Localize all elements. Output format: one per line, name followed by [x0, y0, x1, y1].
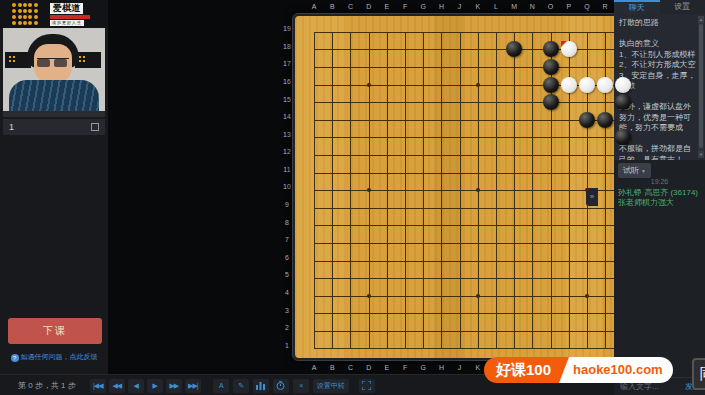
board-cell[interactable]: [378, 287, 396, 305]
board-cell[interactable]: [505, 41, 523, 59]
board-cell[interactable]: [469, 93, 487, 111]
board-cell[interactable]: [341, 76, 359, 94]
board-cell[interactable]: [578, 146, 596, 164]
board-cell[interactable]: [523, 252, 541, 270]
board-cell[interactable]: [305, 269, 323, 287]
board-cell[interactable]: [305, 93, 323, 111]
board-cell[interactable]: [541, 41, 559, 59]
board-cell[interactable]: [323, 234, 341, 252]
board-cell[interactable]: [341, 252, 359, 270]
board-cell[interactable]: [596, 287, 614, 305]
board-cell[interactable]: [305, 23, 323, 41]
board-cell[interactable]: [541, 181, 559, 199]
board-cell[interactable]: [396, 93, 414, 111]
board-cell[interactable]: [360, 322, 378, 340]
board-cell[interactable]: [432, 199, 450, 217]
board-cell[interactable]: [341, 234, 359, 252]
board-cell[interactable]: [451, 340, 469, 358]
board-cell[interactable]: [432, 164, 450, 182]
board-cell[interactable]: [523, 269, 541, 287]
board-cell[interactable]: [541, 76, 559, 94]
board-cell[interactable]: [487, 111, 505, 129]
board-cell[interactable]: [578, 217, 596, 235]
board-cell[interactable]: [469, 234, 487, 252]
board-cell[interactable]: [360, 199, 378, 217]
board-cell[interactable]: [541, 340, 559, 358]
board-cell[interactable]: [341, 199, 359, 217]
board-cell[interactable]: [505, 269, 523, 287]
board-cell[interactable]: [469, 181, 487, 199]
board-cell[interactable]: [596, 234, 614, 252]
board-cell[interactable]: [323, 93, 341, 111]
board-cell[interactable]: [578, 287, 596, 305]
board-cell[interactable]: [305, 234, 323, 252]
board-cell[interactable]: [396, 76, 414, 94]
board-cell[interactable]: [341, 287, 359, 305]
board-cell[interactable]: [523, 41, 541, 59]
board-cell[interactable]: [414, 111, 432, 129]
board-cell[interactable]: [523, 146, 541, 164]
board-cell[interactable]: [487, 199, 505, 217]
board-cell[interactable]: [305, 164, 323, 182]
board-cell[interactable]: [414, 234, 432, 252]
board-cell[interactable]: [396, 111, 414, 129]
board-cell[interactable]: [378, 340, 396, 358]
board-cell[interactable]: [487, 181, 505, 199]
board-cell[interactable]: [596, 146, 614, 164]
board-cell[interactable]: [378, 234, 396, 252]
board-cell[interactable]: [541, 164, 559, 182]
board-cell[interactable]: [305, 76, 323, 94]
board-cell[interactable]: [323, 146, 341, 164]
board-cell[interactable]: [523, 181, 541, 199]
board-cell[interactable]: [469, 340, 487, 358]
board-cell[interactable]: [505, 217, 523, 235]
board-cell[interactable]: [523, 129, 541, 147]
board-cell[interactable]: [505, 93, 523, 111]
board-cell[interactable]: [469, 305, 487, 323]
board-cell[interactable]: [560, 111, 578, 129]
board-cell[interactable]: [505, 23, 523, 41]
board-cell[interactable]: [360, 217, 378, 235]
board-cell[interactable]: [451, 111, 469, 129]
board-cell[interactable]: [451, 269, 469, 287]
tab-settings[interactable]: 设置: [660, 0, 705, 14]
board-cell[interactable]: [378, 199, 396, 217]
board-cell[interactable]: [505, 181, 523, 199]
board-cell[interactable]: [414, 164, 432, 182]
board-number-bar[interactable]: 1: [3, 119, 105, 135]
board-cell[interactable]: [378, 269, 396, 287]
board-cell[interactable]: [578, 76, 596, 94]
board-cell[interactable]: [451, 181, 469, 199]
board-cell[interactable]: [505, 76, 523, 94]
board-cell[interactable]: [341, 93, 359, 111]
board-cell[interactable]: [541, 146, 559, 164]
board-cell[interactable]: [432, 287, 450, 305]
board-cell[interactable]: [523, 199, 541, 217]
board-cell[interactable]: [596, 199, 614, 217]
board-cell[interactable]: [487, 41, 505, 59]
board-cell[interactable]: [560, 58, 578, 76]
board-cell[interactable]: [596, 164, 614, 182]
board-cell[interactable]: [541, 58, 559, 76]
board-cell[interactable]: [469, 199, 487, 217]
board-cell[interactable]: [469, 58, 487, 76]
board-cell[interactable]: [578, 111, 596, 129]
board-cell[interactable]: [505, 199, 523, 217]
board-cell[interactable]: [323, 217, 341, 235]
board-cell[interactable]: [341, 164, 359, 182]
board-cell[interactable]: [578, 23, 596, 41]
board-cell[interactable]: [596, 181, 614, 199]
board-cell[interactable]: [414, 340, 432, 358]
board-cell[interactable]: [487, 252, 505, 270]
board-cell[interactable]: [451, 252, 469, 270]
board-cell[interactable]: [360, 234, 378, 252]
board-cell[interactable]: [560, 269, 578, 287]
board-cell[interactable]: [341, 41, 359, 59]
board-select-icon[interactable]: [91, 123, 99, 131]
board-cell[interactable]: [432, 217, 450, 235]
board-cell[interactable]: [578, 164, 596, 182]
board-cell[interactable]: [414, 41, 432, 59]
board-cell[interactable]: [469, 146, 487, 164]
board-cell[interactable]: [469, 252, 487, 270]
board-cell[interactable]: [469, 164, 487, 182]
board-cell[interactable]: [560, 93, 578, 111]
board-cell[interactable]: [323, 181, 341, 199]
board-cell[interactable]: [541, 322, 559, 340]
board-cell[interactable]: [305, 340, 323, 358]
board-cell[interactable]: [341, 146, 359, 164]
board-cell[interactable]: [341, 111, 359, 129]
board-cell[interactable]: [451, 305, 469, 323]
board-cell[interactable]: [505, 234, 523, 252]
notes-scrollbar[interactable]: ▲ ▼: [698, 16, 704, 158]
board-cell[interactable]: [469, 23, 487, 41]
board-cell[interactable]: [469, 287, 487, 305]
board-cell[interactable]: [487, 269, 505, 287]
board-cell[interactable]: [541, 305, 559, 323]
board-cell[interactable]: [487, 129, 505, 147]
board-cell[interactable]: [414, 23, 432, 41]
scroll-up-icon[interactable]: ▲: [698, 16, 704, 23]
board-cell[interactable]: [323, 199, 341, 217]
board-cell[interactable]: [360, 76, 378, 94]
board-cell[interactable]: [396, 129, 414, 147]
board-cell[interactable]: [396, 181, 414, 199]
board-cell[interactable]: [596, 269, 614, 287]
board-cell[interactable]: [505, 322, 523, 340]
board-cell[interactable]: [469, 269, 487, 287]
board-cell[interactable]: [560, 234, 578, 252]
board-cell[interactable]: [341, 269, 359, 287]
board-cell[interactable]: [323, 129, 341, 147]
board-cell[interactable]: [341, 340, 359, 358]
board-cell[interactable]: [596, 58, 614, 76]
board-cell[interactable]: [596, 252, 614, 270]
board-cell[interactable]: [360, 41, 378, 59]
board-cell[interactable]: [341, 305, 359, 323]
board-cell[interactable]: [505, 252, 523, 270]
board-cell[interactable]: [378, 164, 396, 182]
board-cell[interactable]: [414, 322, 432, 340]
board-cell[interactable]: [378, 217, 396, 235]
board-cell[interactable]: [305, 41, 323, 59]
board-cell[interactable]: [396, 322, 414, 340]
board-cell[interactable]: [305, 199, 323, 217]
board-cell[interactable]: [432, 146, 450, 164]
board-cell[interactable]: [305, 181, 323, 199]
last-move-button[interactable]: ▶▶|: [185, 379, 201, 393]
scroll-down-icon[interactable]: ▼: [698, 151, 704, 158]
board-cell[interactable]: [323, 252, 341, 270]
board-cell[interactable]: [378, 58, 396, 76]
board-cell[interactable]: [469, 129, 487, 147]
board-cell[interactable]: [341, 217, 359, 235]
next-move-button[interactable]: ▶: [147, 379, 163, 393]
board-cell[interactable]: [596, 129, 614, 147]
board-cell[interactable]: [360, 269, 378, 287]
board-cell[interactable]: [596, 217, 614, 235]
board-cell[interactable]: [360, 305, 378, 323]
board-cell[interactable]: [432, 58, 450, 76]
board-cell[interactable]: [451, 234, 469, 252]
board-cell[interactable]: [487, 23, 505, 41]
board-cell[interactable]: [523, 76, 541, 94]
board-cell[interactable]: [505, 305, 523, 323]
board-cell[interactable]: [451, 41, 469, 59]
board-cell[interactable]: [305, 287, 323, 305]
pencil-button[interactable]: ✎: [233, 379, 249, 393]
board-cell[interactable]: [414, 181, 432, 199]
board-cell[interactable]: [378, 129, 396, 147]
board-cell[interactable]: [469, 111, 487, 129]
board-cell[interactable]: [323, 76, 341, 94]
board-cell[interactable]: [541, 111, 559, 129]
board-cell[interactable]: [414, 76, 432, 94]
board-cell[interactable]: [432, 269, 450, 287]
board-cell[interactable]: [378, 111, 396, 129]
board-cell[interactable]: [378, 305, 396, 323]
board-cell[interactable]: [323, 305, 341, 323]
board-cell[interactable]: [432, 340, 450, 358]
board-cell[interactable]: [305, 146, 323, 164]
rewind-button[interactable]: ◀◀: [109, 379, 125, 393]
chat-filter-button[interactable]: 试听▼: [618, 163, 651, 178]
board-cell[interactable]: [487, 76, 505, 94]
board-cell[interactable]: [360, 58, 378, 76]
board-cell[interactable]: [487, 340, 505, 358]
board-cell[interactable]: [396, 41, 414, 59]
board-cell[interactable]: [560, 305, 578, 323]
board-cell[interactable]: [378, 41, 396, 59]
chart-button[interactable]: [253, 379, 269, 393]
board-cell[interactable]: [323, 23, 341, 41]
board-cell[interactable]: [305, 129, 323, 147]
board-cell[interactable]: [378, 76, 396, 94]
board-cell[interactable]: [523, 58, 541, 76]
board-cell[interactable]: [414, 93, 432, 111]
board-cell[interactable]: [414, 146, 432, 164]
board-cell[interactable]: [432, 305, 450, 323]
board-cell[interactable]: [541, 199, 559, 217]
board-cell[interactable]: [578, 269, 596, 287]
board-cell[interactable]: [469, 322, 487, 340]
board-cell[interactable]: [360, 252, 378, 270]
board-cell[interactable]: [396, 199, 414, 217]
board-cell[interactable]: [323, 164, 341, 182]
board-cell[interactable]: [323, 58, 341, 76]
board-cell[interactable]: [451, 129, 469, 147]
board-cell[interactable]: [523, 23, 541, 41]
board-cell[interactable]: [360, 111, 378, 129]
board-cell[interactable]: [596, 322, 614, 340]
board-cell[interactable]: [323, 41, 341, 59]
board-cell[interactable]: [396, 146, 414, 164]
board-cell[interactable]: [360, 340, 378, 358]
board-cell[interactable]: [451, 146, 469, 164]
board-cell[interactable]: [341, 322, 359, 340]
board-cell[interactable]: [396, 217, 414, 235]
board-cell[interactable]: [596, 41, 614, 59]
board-cell[interactable]: [541, 287, 559, 305]
board-cell[interactable]: [523, 287, 541, 305]
board-cell[interactable]: [451, 93, 469, 111]
board-cell[interactable]: [414, 199, 432, 217]
board-cell[interactable]: [487, 58, 505, 76]
board-cell[interactable]: [523, 111, 541, 129]
prev-move-button[interactable]: ◀: [128, 379, 144, 393]
board-cell[interactable]: [523, 234, 541, 252]
board-cell[interactable]: [505, 287, 523, 305]
board-cell[interactable]: [432, 76, 450, 94]
board-cell[interactable]: [596, 23, 614, 41]
board-cell[interactable]: [578, 234, 596, 252]
board-cell[interactable]: [451, 76, 469, 94]
board-cell[interactable]: [323, 111, 341, 129]
board-cell[interactable]: [560, 146, 578, 164]
board-cell[interactable]: [523, 305, 541, 323]
board-cell[interactable]: [560, 76, 578, 94]
board-cell[interactable]: [305, 252, 323, 270]
board-cell[interactable]: [341, 129, 359, 147]
board-cell[interactable]: [396, 23, 414, 41]
board-cell[interactable]: [432, 322, 450, 340]
board-cell[interactable]: [341, 181, 359, 199]
board-cell[interactable]: [541, 93, 559, 111]
board-cell[interactable]: [432, 129, 450, 147]
board-cell[interactable]: [396, 287, 414, 305]
board-cell[interactable]: [360, 23, 378, 41]
board-cell[interactable]: [541, 269, 559, 287]
board-cell[interactable]: [341, 23, 359, 41]
board-cell[interactable]: [432, 234, 450, 252]
board-cell[interactable]: [451, 164, 469, 182]
timer-button[interactable]: [273, 379, 289, 393]
board-cell[interactable]: [505, 111, 523, 129]
board-cell[interactable]: [432, 252, 450, 270]
board-cell[interactable]: [596, 305, 614, 323]
board-cell[interactable]: [305, 322, 323, 340]
board-cell[interactable]: [560, 23, 578, 41]
board-cell[interactable]: [505, 340, 523, 358]
board-cell[interactable]: [578, 58, 596, 76]
board-cell[interactable]: [523, 340, 541, 358]
board-cell[interactable]: [305, 58, 323, 76]
board-cell[interactable]: [305, 111, 323, 129]
board-cell[interactable]: [414, 129, 432, 147]
end-class-button[interactable]: 下课: [8, 318, 102, 344]
board-cell[interactable]: [578, 93, 596, 111]
board-cell[interactable]: [487, 234, 505, 252]
board-cell[interactable]: [432, 181, 450, 199]
board-cell[interactable]: [578, 322, 596, 340]
board-cell[interactable]: [560, 164, 578, 182]
board-cell[interactable]: [414, 269, 432, 287]
fast-forward-button[interactable]: ▶▶: [166, 379, 182, 393]
board-cell[interactable]: [305, 217, 323, 235]
board-cell[interactable]: [451, 23, 469, 41]
board-cell[interactable]: [560, 129, 578, 147]
board-cell[interactable]: [505, 146, 523, 164]
board-cell[interactable]: [578, 129, 596, 147]
board-cell[interactable]: [451, 58, 469, 76]
board-cell[interactable]: [541, 217, 559, 235]
board-cell[interactable]: [378, 181, 396, 199]
mid-setting-button[interactable]: 设置中转: [313, 379, 349, 393]
board-cell[interactable]: [360, 93, 378, 111]
board-cell[interactable]: [360, 146, 378, 164]
board-cell[interactable]: [396, 269, 414, 287]
board-cell[interactable]: [378, 23, 396, 41]
board-cell[interactable]: [451, 199, 469, 217]
board-cell[interactable]: [360, 181, 378, 199]
first-move-button[interactable]: |◀◀: [90, 379, 106, 393]
board-cell[interactable]: [469, 76, 487, 94]
board-cell[interactable]: [560, 181, 578, 199]
board-cell[interactable]: [523, 217, 541, 235]
board-cell[interactable]: [596, 340, 614, 358]
board-cell[interactable]: [560, 287, 578, 305]
board-cell[interactable]: [323, 287, 341, 305]
board-cell[interactable]: [469, 217, 487, 235]
board-cell[interactable]: [487, 287, 505, 305]
board-cell[interactable]: [505, 164, 523, 182]
board-cell[interactable]: [378, 322, 396, 340]
board-cell[interactable]: [432, 93, 450, 111]
board-cell[interactable]: [560, 340, 578, 358]
board-cell[interactable]: [487, 217, 505, 235]
board-cell[interactable]: [396, 58, 414, 76]
board-cell[interactable]: [578, 252, 596, 270]
board-cell[interactable]: [487, 164, 505, 182]
board-cell[interactable]: [414, 252, 432, 270]
board-cell[interactable]: [487, 322, 505, 340]
board-cell[interactable]: [360, 129, 378, 147]
clear-marks-button[interactable]: ×: [293, 379, 309, 393]
letter-marker-button[interactable]: A: [213, 379, 229, 393]
board-cell[interactable]: [396, 340, 414, 358]
board-cell[interactable]: [469, 41, 487, 59]
board-cell[interactable]: [541, 129, 559, 147]
board-cell[interactable]: [341, 58, 359, 76]
board-cell[interactable]: [432, 41, 450, 59]
board-cell[interactable]: [523, 322, 541, 340]
board-cell[interactable]: [360, 164, 378, 182]
board-cell[interactable]: [378, 146, 396, 164]
